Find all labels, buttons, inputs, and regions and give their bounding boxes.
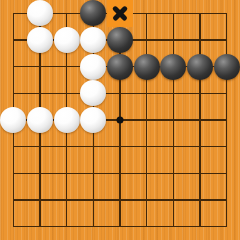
board-intersection[interactable]: [27, 27, 54, 54]
board-intersection[interactable]: [27, 53, 54, 80]
board-intersection[interactable]: [133, 107, 160, 134]
board-intersection[interactable]: [213, 107, 240, 134]
board-intersection[interactable]: [53, 0, 80, 27]
white-stone: [54, 27, 80, 53]
board-intersection[interactable]: [133, 133, 160, 160]
board-intersection[interactable]: [27, 80, 54, 107]
board-intersection[interactable]: [160, 133, 187, 160]
board-intersection[interactable]: [133, 0, 160, 27]
board-intersection[interactable]: [213, 53, 240, 80]
board-intersection[interactable]: [53, 107, 80, 134]
board-intersection[interactable]: [0, 80, 27, 107]
board-intersection[interactable]: [213, 27, 240, 54]
white-stone: [54, 107, 80, 133]
white-stone: [27, 0, 53, 26]
board-intersection[interactable]: [107, 187, 134, 214]
board-intersection[interactable]: [107, 27, 134, 54]
board-intersection[interactable]: [80, 80, 107, 107]
board-intersection[interactable]: [80, 107, 107, 134]
board-intersection[interactable]: [160, 213, 187, 240]
board-intersection[interactable]: [0, 160, 27, 187]
board-intersection[interactable]: [53, 187, 80, 214]
white-stone: [0, 107, 26, 133]
board-intersection[interactable]: [160, 160, 187, 187]
black-stone: [80, 0, 106, 26]
board-intersection[interactable]: [160, 80, 187, 107]
board-intersection[interactable]: [160, 187, 187, 214]
board-intersection[interactable]: [53, 160, 80, 187]
board-intersection[interactable]: [80, 213, 107, 240]
board-intersection[interactable]: [27, 107, 54, 134]
board-intersection[interactable]: [160, 107, 187, 134]
board-intersection[interactable]: [213, 213, 240, 240]
board-intersection[interactable]: [213, 160, 240, 187]
x-marker-icon: [107, 0, 134, 27]
black-stone: [107, 54, 133, 80]
white-stone: [80, 80, 106, 106]
board-intersection[interactable]: [133, 213, 160, 240]
board-intersection[interactable]: [53, 53, 80, 80]
board-intersection[interactable]: [187, 0, 214, 27]
board-intersection[interactable]: [27, 213, 54, 240]
board-intersection[interactable]: [0, 0, 27, 27]
board-intersection[interactable]: [27, 133, 54, 160]
board-intersection[interactable]: [53, 133, 80, 160]
board-intersection[interactable]: [187, 53, 214, 80]
board-intersection[interactable]: [80, 27, 107, 54]
board-intersection[interactable]: [80, 53, 107, 80]
marked-point[interactable]: [107, 0, 134, 27]
white-stone: [27, 107, 53, 133]
board-intersection[interactable]: [187, 107, 214, 134]
white-stone: [27, 27, 53, 53]
board-intersection[interactable]: [187, 133, 214, 160]
board-intersection[interactable]: [27, 160, 54, 187]
black-stone: [160, 54, 186, 80]
board-intersection[interactable]: [80, 0, 107, 27]
board-intersection[interactable]: [213, 80, 240, 107]
board-intersection[interactable]: [107, 133, 134, 160]
board-intersection[interactable]: [107, 213, 134, 240]
board-intersection[interactable]: [0, 213, 27, 240]
black-stone: [214, 54, 240, 80]
board-intersection[interactable]: [53, 213, 80, 240]
board-intersection[interactable]: [133, 80, 160, 107]
board-intersection[interactable]: [80, 133, 107, 160]
board-intersection[interactable]: [160, 53, 187, 80]
board-intersection[interactable]: [133, 160, 160, 187]
board-intersection[interactable]: [160, 27, 187, 54]
white-stone: [80, 54, 106, 80]
board-intersection[interactable]: [80, 187, 107, 214]
board-intersection[interactable]: [133, 53, 160, 80]
board-intersection[interactable]: [27, 0, 54, 27]
board-intersection[interactable]: [80, 160, 107, 187]
black-stone: [107, 27, 133, 53]
board-intersection[interactable]: [133, 27, 160, 54]
white-stone: [80, 27, 106, 53]
board-intersection[interactable]: [187, 80, 214, 107]
board-intersection[interactable]: [213, 133, 240, 160]
board-intersection[interactable]: [213, 0, 240, 27]
go-board: [0, 0, 240, 240]
board-intersection[interactable]: [107, 53, 134, 80]
board-intersection[interactable]: [107, 107, 134, 134]
white-stone: [80, 107, 106, 133]
board-intersection[interactable]: [0, 187, 27, 214]
board-intersection[interactable]: [107, 80, 134, 107]
board-intersection[interactable]: [107, 160, 134, 187]
board-intersection[interactable]: [0, 53, 27, 80]
board-intersection[interactable]: [187, 213, 214, 240]
board-intersection[interactable]: [213, 187, 240, 214]
board-intersection[interactable]: [187, 27, 214, 54]
board-intersection[interactable]: [53, 80, 80, 107]
board-intersection[interactable]: [53, 27, 80, 54]
board-intersection[interactable]: [187, 160, 214, 187]
star-point: [116, 116, 123, 123]
board-intersection[interactable]: [0, 133, 27, 160]
board-intersection[interactable]: [27, 187, 54, 214]
board-intersection[interactable]: [187, 187, 214, 214]
black-stone: [134, 54, 160, 80]
board-intersection[interactable]: [0, 27, 27, 54]
board-intersection[interactable]: [0, 107, 27, 134]
board-intersection[interactable]: [133, 187, 160, 214]
black-stone: [187, 54, 213, 80]
board-intersection[interactable]: [160, 0, 187, 27]
